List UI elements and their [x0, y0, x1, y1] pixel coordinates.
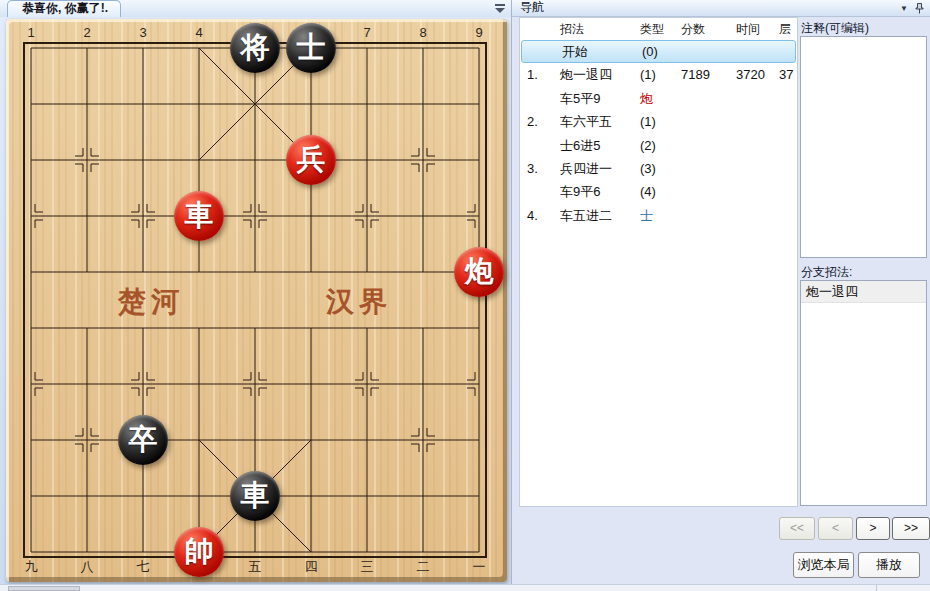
column-header: 招法 [553, 18, 633, 40]
move-number: 3. [520, 157, 553, 180]
move-number: 4. [520, 204, 553, 227]
move-row[interactable]: 4.车五进二士 [520, 204, 797, 227]
navigation-title-bar: 导航 ▼ [512, 0, 930, 17]
pin-icon[interactable] [915, 3, 924, 14]
move-row[interactable]: 3.兵四进一(3) [520, 157, 797, 180]
tab-title: 恭喜你, 你赢了!. [22, 1, 108, 15]
move-text: 开始 [555, 41, 635, 62]
move-type: (2) [633, 134, 674, 157]
next-move-button[interactable]: > [856, 517, 890, 540]
move-depth: 37 [772, 63, 797, 86]
move-text: 车5平9 [553, 87, 633, 110]
column-header: 层 [772, 18, 797, 40]
piece-black-将[interactable]: 将 [230, 23, 280, 73]
panel-menu-icon[interactable]: ▼ [900, 4, 908, 14]
piece-red-車[interactable]: 車 [174, 191, 224, 241]
piece-black-車[interactable]: 車 [230, 471, 280, 521]
piece-red-兵[interactable]: 兵 [286, 135, 336, 185]
move-list-table[interactable]: 招法类型分数时间层 开始(0)1.炮一退四(1)7189372037车5平9炮2… [519, 17, 798, 507]
application-window: 恭喜你, 你赢了!. 123456789 九八七六五四三二一 楚河 汉界 将士兵… [0, 0, 930, 591]
move-text: 车9平6 [553, 180, 633, 203]
first-move-button[interactable]: << [779, 517, 815, 540]
browse-game-button[interactable]: 浏览本局 [793, 552, 854, 578]
branch-move-item[interactable]: 炮一退四 [801, 281, 926, 303]
branch-moves-label: 分支招法: [801, 264, 852, 281]
bottom-divider [876, 585, 877, 591]
move-number: 1. [520, 63, 553, 86]
move-type: (3) [633, 157, 674, 180]
navigation-panel: 导航 ▼ 招法类型分数时间层 开始(0)1.炮一退四(1)7189372037车… [511, 0, 930, 584]
chevron-down-icon [495, 8, 505, 13]
comment-editor[interactable] [800, 36, 927, 258]
move-table-header: 招法类型分数时间层 [520, 18, 797, 40]
move-type: 炮 [633, 87, 674, 110]
tab-menu-bar [495, 4, 505, 6]
move-row[interactable]: 车9平6(4) [520, 180, 797, 203]
move-text: 车五进二 [553, 204, 633, 227]
comment-label: 注释(可编辑) [801, 20, 869, 37]
piece-black-卒[interactable]: 卒 [118, 415, 168, 465]
move-number: 2. [520, 110, 553, 133]
move-row[interactable]: 1.炮一退四(1)7189372037 [520, 63, 797, 86]
xiangqi-board[interactable]: 123456789 九八七六五四三二一 楚河 汉界 将士兵車炮卒車帥 [6, 19, 507, 582]
pieces-layer: 将士兵車炮卒車帥 [3, 20, 507, 580]
piece-red-帥[interactable]: 帥 [174, 527, 224, 577]
move-text: 炮一退四 [553, 63, 633, 86]
board-area: 123456789 九八七六五四三二一 楚河 汉界 将士兵車炮卒車帥 [0, 17, 511, 591]
board-tab[interactable]: 恭喜你, 你赢了!. [7, 0, 121, 17]
column-header: 类型 [633, 18, 674, 40]
piece-red-炮[interactable]: 炮 [454, 247, 504, 297]
navigation-title: 导航 [520, 0, 544, 14]
branch-moves-list[interactable]: 炮一退四 [800, 280, 927, 506]
move-type: (1) [633, 63, 674, 86]
move-row[interactable]: 2.车六平五(1) [520, 110, 797, 133]
move-type: (0) [635, 41, 676, 62]
move-row[interactable]: 开始(0) [521, 40, 796, 63]
tab-menu-icon[interactable] [494, 3, 506, 13]
play-button[interactable]: 播放 [858, 552, 920, 578]
move-type: (4) [633, 180, 674, 203]
move-type: 士 [633, 204, 674, 227]
last-move-button[interactable]: >> [892, 517, 930, 540]
tab-strip: 恭喜你, 你赢了!. [0, 0, 511, 17]
move-text: 士6进5 [553, 134, 633, 157]
move-row[interactable]: 士6进5(2) [520, 134, 797, 157]
column-header: 时间 [729, 18, 772, 40]
move-type: (1) [633, 110, 674, 133]
move-score: 7189 [674, 63, 729, 86]
bottom-strip [0, 584, 930, 591]
bottom-panel-handle[interactable] [8, 586, 80, 591]
piece-black-士[interactable]: 士 [286, 23, 336, 73]
previous-move-button[interactable]: < [818, 517, 853, 540]
move-row[interactable]: 车5平9炮 [520, 87, 797, 110]
move-text: 车六平五 [553, 110, 633, 133]
column-header: 分数 [674, 18, 729, 40]
move-text: 兵四进一 [553, 157, 633, 180]
move-time: 3720 [729, 63, 772, 86]
